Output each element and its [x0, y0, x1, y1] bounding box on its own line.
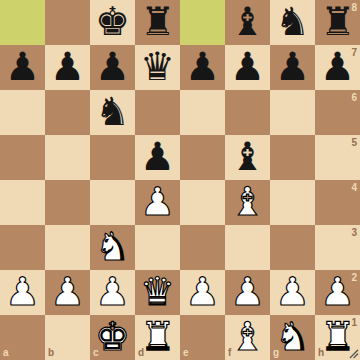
square-e6[interactable]: [180, 90, 225, 135]
chess-board: ♚♜♝♞♜8♟♟♟♛♟♟♟♟7♞6♟♝5♟♝4♞3♟♟♟♛♟♟♟♟2ab♚c♜d…: [0, 0, 360, 360]
square-f3[interactable]: [225, 225, 270, 270]
rank-label-1: 1: [351, 318, 357, 328]
square-c8[interactable]: ♚: [90, 0, 135, 45]
square-b3[interactable]: [45, 225, 90, 270]
piece-white-queen[interactable]: ♛: [140, 269, 175, 314]
piece-white-pawn[interactable]: ♟: [320, 269, 355, 314]
square-f6[interactable]: [225, 90, 270, 135]
square-e7[interactable]: ♟: [180, 45, 225, 90]
square-b5[interactable]: [45, 135, 90, 180]
square-g7[interactable]: ♟: [270, 45, 315, 90]
square-e2[interactable]: ♟: [180, 270, 225, 315]
square-d6[interactable]: [135, 90, 180, 135]
square-g5[interactable]: [270, 135, 315, 180]
piece-black-pawn[interactable]: ♟: [5, 44, 40, 89]
rank-label-8: 8: [351, 3, 357, 13]
square-h7[interactable]: ♟7: [315, 45, 360, 90]
file-label-a: a: [3, 348, 9, 358]
square-e1[interactable]: e: [180, 315, 225, 360]
piece-white-pawn[interactable]: ♟: [95, 269, 130, 314]
square-e5[interactable]: [180, 135, 225, 180]
piece-black-pawn[interactable]: ♟: [275, 44, 310, 89]
square-a3[interactable]: [0, 225, 45, 270]
piece-black-bishop[interactable]: ♝: [230, 0, 265, 44]
piece-black-queen[interactable]: ♛: [140, 44, 175, 89]
square-c6[interactable]: ♞: [90, 90, 135, 135]
piece-black-pawn[interactable]: ♟: [230, 44, 265, 89]
piece-white-pawn[interactable]: ♟: [275, 269, 310, 314]
piece-white-pawn[interactable]: ♟: [5, 269, 40, 314]
square-g4[interactable]: [270, 180, 315, 225]
square-c4[interactable]: [90, 180, 135, 225]
rank-label-5: 5: [351, 138, 357, 148]
piece-black-pawn[interactable]: ♟: [185, 44, 220, 89]
square-d7[interactable]: ♛: [135, 45, 180, 90]
square-f5[interactable]: ♝: [225, 135, 270, 180]
square-d2[interactable]: ♛: [135, 270, 180, 315]
rank-label-3: 3: [351, 228, 357, 238]
piece-black-king[interactable]: ♚: [95, 0, 130, 44]
square-h8[interactable]: ♜8: [315, 0, 360, 45]
rank-label-2: 2: [351, 273, 357, 283]
piece-white-pawn[interactable]: ♟: [185, 269, 220, 314]
square-d5[interactable]: ♟: [135, 135, 180, 180]
square-h5[interactable]: 5: [315, 135, 360, 180]
square-a8[interactable]: [0, 0, 45, 45]
square-h6[interactable]: 6: [315, 90, 360, 135]
square-b8[interactable]: [45, 0, 90, 45]
piece-black-knight[interactable]: ♞: [275, 0, 310, 44]
square-a5[interactable]: [0, 135, 45, 180]
piece-black-rook[interactable]: ♜: [140, 0, 175, 44]
piece-white-bishop[interactable]: ♝: [230, 314, 265, 359]
piece-white-bishop[interactable]: ♝: [230, 179, 265, 224]
piece-black-pawn[interactable]: ♟: [95, 44, 130, 89]
square-e8[interactable]: [180, 0, 225, 45]
file-label-d: d: [138, 348, 144, 358]
square-a7[interactable]: ♟: [0, 45, 45, 90]
piece-black-pawn[interactable]: ♟: [320, 44, 355, 89]
piece-black-knight[interactable]: ♞: [95, 89, 130, 134]
piece-white-pawn[interactable]: ♟: [140, 179, 175, 224]
piece-white-knight[interactable]: ♞: [95, 224, 130, 269]
square-d1[interactable]: ♜d: [135, 315, 180, 360]
piece-white-pawn[interactable]: ♟: [230, 269, 265, 314]
square-a1[interactable]: a: [0, 315, 45, 360]
square-d3[interactable]: [135, 225, 180, 270]
square-e4[interactable]: [180, 180, 225, 225]
piece-white-rook[interactable]: ♜: [140, 314, 175, 359]
square-e3[interactable]: [180, 225, 225, 270]
square-h2[interactable]: ♟2: [315, 270, 360, 315]
square-h3[interactable]: 3: [315, 225, 360, 270]
file-label-c: c: [93, 348, 99, 358]
piece-black-pawn[interactable]: ♟: [140, 134, 175, 179]
square-b6[interactable]: [45, 90, 90, 135]
square-g8[interactable]: ♞: [270, 0, 315, 45]
square-c3[interactable]: ♞: [90, 225, 135, 270]
square-d8[interactable]: ♜: [135, 0, 180, 45]
square-b7[interactable]: ♟: [45, 45, 90, 90]
square-d4[interactable]: ♟: [135, 180, 180, 225]
rank-label-7: 7: [351, 48, 357, 58]
square-a6[interactable]: [0, 90, 45, 135]
square-g3[interactable]: [270, 225, 315, 270]
rank-label-6: 6: [351, 93, 357, 103]
square-b1[interactable]: b: [45, 315, 90, 360]
square-f1[interactable]: ♝f: [225, 315, 270, 360]
piece-black-pawn[interactable]: ♟: [50, 44, 85, 89]
square-g6[interactable]: [270, 90, 315, 135]
square-a4[interactable]: [0, 180, 45, 225]
square-c1[interactable]: ♚c: [90, 315, 135, 360]
resize-handle-icon[interactable]: [348, 348, 359, 359]
square-b2[interactable]: ♟: [45, 270, 90, 315]
square-h4[interactable]: 4: [315, 180, 360, 225]
square-f8[interactable]: ♝: [225, 0, 270, 45]
square-f4[interactable]: ♝: [225, 180, 270, 225]
square-c2[interactable]: ♟: [90, 270, 135, 315]
file-label-f: f: [228, 348, 231, 358]
square-f7[interactable]: ♟: [225, 45, 270, 90]
file-label-g: g: [273, 348, 279, 358]
file-label-b: b: [48, 348, 54, 358]
piece-white-knight[interactable]: ♞: [275, 314, 310, 359]
piece-white-pawn[interactable]: ♟: [50, 269, 85, 314]
square-f2[interactable]: ♟: [225, 270, 270, 315]
square-b4[interactable]: [45, 180, 90, 225]
square-g2[interactable]: ♟: [270, 270, 315, 315]
file-label-e: e: [183, 348, 189, 358]
file-label-h: h: [318, 348, 324, 358]
square-c7[interactable]: ♟: [90, 45, 135, 90]
square-c5[interactable]: [90, 135, 135, 180]
square-a2[interactable]: ♟: [0, 270, 45, 315]
rank-label-4: 4: [351, 183, 357, 193]
piece-black-bishop[interactable]: ♝: [230, 134, 265, 179]
square-g1[interactable]: ♞g: [270, 315, 315, 360]
piece-white-king[interactable]: ♚: [95, 314, 130, 359]
piece-black-rook[interactable]: ♜: [320, 0, 355, 44]
